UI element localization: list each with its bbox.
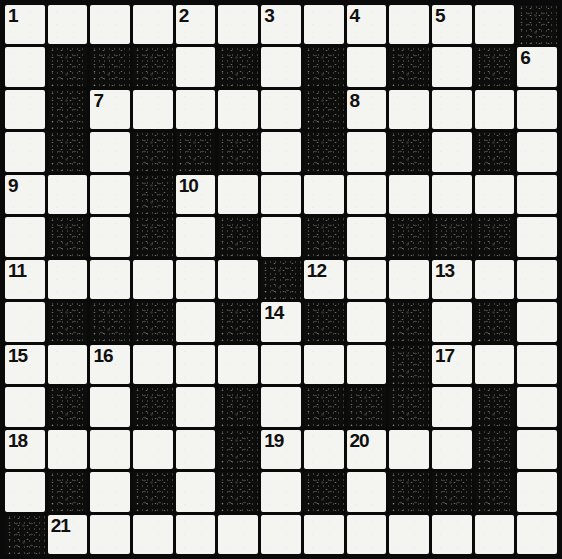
white-cell-r12c3[interactable] [90,472,130,511]
white-cell-r13c11[interactable] [432,515,472,554]
white-cell-r3c11[interactable] [432,90,472,129]
white-cell-r7c4[interactable] [133,260,173,299]
white-cell-r1c11[interactable]: 5 [432,5,472,44]
black-cell-r10c8 [304,387,344,426]
white-cell-r1c7[interactable]: 3 [261,5,301,44]
black-cell-r8c8 [304,302,344,341]
white-cell-r5c7[interactable] [261,175,301,214]
black-cell-r6c6 [218,217,258,256]
white-cell-r13c7[interactable] [261,515,301,554]
black-cell-r8c4 [133,302,173,341]
white-cell-r10c11[interactable] [432,387,472,426]
white-cell-r5c11[interactable] [432,175,472,214]
black-cell-r8c10 [389,302,429,341]
black-cell-r6c2 [48,217,88,256]
black-cell-r2c2 [48,47,88,86]
white-cell-r1c12[interactable] [475,5,515,44]
white-cell-r7c11[interactable]: 13 [432,260,472,299]
white-cell-r13c13[interactable] [517,515,557,554]
clue-number-15: 15 [8,346,27,365]
clue-number-21: 21 [51,516,70,535]
black-cell-r10c9 [347,387,387,426]
white-cell-r13c9[interactable] [347,515,387,554]
white-cell-r5c1[interactable]: 9 [5,175,45,214]
clue-number-18: 18 [8,431,27,450]
clue-number-1: 1 [8,6,18,25]
black-cell-r10c2 [48,387,88,426]
white-cell-r13c8[interactable] [304,515,344,554]
white-cell-r8c11[interactable] [432,302,472,341]
clue-number-13: 13 [435,261,454,280]
black-cell-r4c8 [304,132,344,171]
white-cell-r2c1[interactable] [5,47,45,86]
white-cell-r9c9[interactable] [347,345,387,384]
clue-number-16: 16 [93,346,112,365]
black-cell-r12c2 [48,472,88,511]
white-cell-r4c3[interactable] [90,132,130,171]
clue-number-10: 10 [179,176,198,195]
black-cell-r5c4 [133,175,173,214]
clue-number-20: 20 [350,431,369,450]
black-cell-r13c1 [5,515,45,554]
white-cell-r9c13[interactable] [517,345,557,384]
white-cell-r7c5[interactable] [176,260,216,299]
white-cell-r13c12[interactable] [475,515,515,554]
black-cell-r8c3 [90,302,130,341]
black-cell-r9c10 [389,345,429,384]
white-cell-r13c4[interactable] [133,515,173,554]
white-cell-r11c8[interactable] [304,430,344,469]
white-cell-r13c2[interactable]: 21 [48,515,88,554]
clue-number-8: 8 [350,91,360,110]
clue-number-3: 3 [264,6,274,25]
white-cell-r7c6[interactable] [218,260,258,299]
white-cell-r13c3[interactable] [90,515,130,554]
black-cell-r2c8 [304,47,344,86]
black-cell-r2c3 [90,47,130,86]
white-cell-r4c13[interactable] [517,132,557,171]
white-cell-r8c5[interactable] [176,302,216,341]
white-cell-r8c1[interactable] [5,302,45,341]
white-cell-r5c6[interactable] [218,175,258,214]
white-cell-r10c7[interactable] [261,387,301,426]
white-cell-r3c4[interactable] [133,90,173,129]
white-cell-r9c1[interactable]: 15 [5,345,45,384]
white-cell-r8c13[interactable] [517,302,557,341]
black-cell-r12c8 [304,472,344,511]
black-cell-r2c10 [389,47,429,86]
white-cell-r5c10[interactable] [389,175,429,214]
white-cell-r5c3[interactable] [90,175,130,214]
black-cell-r6c4 [133,217,173,256]
white-cell-r11c10[interactable] [389,430,429,469]
white-cell-r11c2[interactable] [48,430,88,469]
black-cell-r8c6 [218,302,258,341]
white-cell-r5c12[interactable] [475,175,515,214]
white-cell-r5c13[interactable] [517,175,557,214]
white-cell-r10c3[interactable] [90,387,130,426]
white-cell-r1c6[interactable] [218,5,258,44]
clue-number-4: 4 [350,6,360,25]
white-cell-r6c5[interactable] [176,217,216,256]
white-cell-r3c10[interactable] [389,90,429,129]
white-cell-r5c9[interactable] [347,175,387,214]
white-cell-r9c11[interactable]: 17 [432,345,472,384]
black-cell-r10c4 [133,387,173,426]
white-cell-r9c2[interactable] [48,345,88,384]
clue-number-7: 7 [93,91,103,110]
white-cell-r1c5[interactable]: 2 [176,5,216,44]
crossword-puzzle: 123456789101112131415161718192021 [0,0,562,559]
white-cell-r7c1[interactable]: 11 [5,260,45,299]
white-cell-r9c3[interactable]: 16 [90,345,130,384]
white-cell-r11c5[interactable] [176,430,216,469]
white-cell-r6c13[interactable] [517,217,557,256]
white-cell-r11c13[interactable] [517,430,557,469]
white-cell-r7c3[interactable] [90,260,130,299]
black-cell-r12c10 [389,472,429,511]
black-cell-r11c6 [218,430,258,469]
black-cell-r3c8 [304,90,344,129]
white-cell-r7c10[interactable] [389,260,429,299]
white-cell-r3c5[interactable] [176,90,216,129]
white-cell-r5c2[interactable] [48,175,88,214]
black-cell-r12c4 [133,472,173,511]
white-cell-r9c7[interactable] [261,345,301,384]
white-cell-r8c9[interactable] [347,302,387,341]
white-cell-r2c5[interactable] [176,47,216,86]
black-cell-r6c10 [389,217,429,256]
white-cell-r11c3[interactable] [90,430,130,469]
clue-number-19: 19 [264,431,283,450]
white-cell-r1c3[interactable] [90,5,130,44]
clue-number-6: 6 [520,48,530,67]
white-cell-r11c9[interactable]: 20 [347,430,387,469]
white-cell-r5c5[interactable]: 10 [176,175,216,214]
black-cell-r4c10 [389,132,429,171]
white-cell-r4c11[interactable] [432,132,472,171]
black-cell-r10c6 [218,387,258,426]
white-cell-r11c7[interactable]: 19 [261,430,301,469]
white-cell-r7c8[interactable]: 12 [304,260,344,299]
white-cell-r6c3[interactable] [90,217,130,256]
black-cell-r6c11 [432,217,472,256]
black-cell-r10c10 [389,387,429,426]
black-cell-r8c12 [475,302,515,341]
white-cell-r4c7[interactable] [261,132,301,171]
white-cell-r13c6[interactable] [218,515,258,554]
white-cell-r6c7[interactable] [261,217,301,256]
clue-number-5: 5 [435,6,445,25]
white-cell-r1c1[interactable]: 1 [5,5,45,44]
white-cell-r8c7[interactable]: 14 [261,302,301,341]
white-cell-r9c6[interactable] [218,345,258,384]
white-cell-r4c9[interactable] [347,132,387,171]
white-cell-r6c1[interactable] [5,217,45,256]
white-cell-r1c9[interactable]: 4 [347,5,387,44]
white-cell-r7c12[interactable] [475,260,515,299]
clue-number-9: 9 [8,176,18,195]
black-cell-r6c12 [475,217,515,256]
white-cell-r11c11[interactable] [432,430,472,469]
white-cell-r12c1[interactable] [5,472,45,511]
black-cell-r2c12 [475,47,515,86]
black-cell-r12c11 [432,472,472,511]
white-cell-r9c5[interactable] [176,345,216,384]
white-cell-r12c9[interactable] [347,472,387,511]
black-cell-r3c2 [48,90,88,129]
black-cell-r11c12 [475,430,515,469]
white-cell-r9c4[interactable] [133,345,173,384]
white-cell-r7c13[interactable] [517,260,557,299]
white-cell-r13c10[interactable] [389,515,429,554]
clue-number-17: 17 [435,346,454,365]
white-cell-r2c11[interactable] [432,47,472,86]
white-cell-r4c1[interactable] [5,132,45,171]
white-cell-r1c4[interactable] [133,5,173,44]
white-cell-r1c8[interactable] [304,5,344,44]
white-cell-r3c7[interactable] [261,90,301,129]
white-cell-r12c7[interactable] [261,472,301,511]
clue-number-2: 2 [179,6,189,25]
black-cell-r2c4 [133,47,173,86]
white-cell-r1c10[interactable] [389,5,429,44]
black-cell-r7c7 [261,260,301,299]
white-cell-r2c9[interactable] [347,47,387,86]
black-cell-r4c6 [218,132,258,171]
white-cell-r3c9[interactable]: 8 [347,90,387,129]
white-cell-r3c6[interactable] [218,90,258,129]
crossword-board: 123456789101112131415161718192021 [0,0,562,559]
clue-number-14: 14 [264,303,283,322]
white-cell-r12c13[interactable] [517,472,557,511]
white-cell-r9c8[interactable] [304,345,344,384]
white-cell-r3c13[interactable] [517,90,557,129]
black-cell-r6c8 [304,217,344,256]
black-cell-r4c4 [133,132,173,171]
black-cell-r4c5 [176,132,216,171]
black-cell-r4c12 [475,132,515,171]
white-cell-r11c4[interactable] [133,430,173,469]
clue-number-12: 12 [307,261,326,280]
white-cell-r10c1[interactable] [5,387,45,426]
white-cell-r3c3[interactable]: 7 [90,90,130,129]
white-cell-r2c13[interactable]: 6 [517,47,557,86]
white-cell-r7c9[interactable] [347,260,387,299]
white-cell-r3c12[interactable] [475,90,515,129]
black-cell-r2c6 [218,47,258,86]
white-cell-r2c7[interactable] [261,47,301,86]
white-cell-r10c13[interactable] [517,387,557,426]
white-cell-r5c8[interactable] [304,175,344,214]
white-cell-r9c12[interactable] [475,345,515,384]
clue-number-11: 11 [8,261,26,280]
white-cell-r13c5[interactable] [176,515,216,554]
white-cell-r12c5[interactable] [176,472,216,511]
white-cell-r7c2[interactable] [48,260,88,299]
white-cell-r3c1[interactable] [5,90,45,129]
black-cell-r8c2 [48,302,88,341]
black-cell-r1c13 [517,5,557,44]
black-cell-r10c12 [475,387,515,426]
white-cell-r10c5[interactable] [176,387,216,426]
black-cell-r4c2 [48,132,88,171]
white-cell-r6c9[interactable] [347,217,387,256]
black-cell-r12c12 [475,472,515,511]
white-cell-r11c1[interactable]: 18 [5,430,45,469]
white-cell-r1c2[interactable] [48,5,88,44]
black-cell-r12c6 [218,472,258,511]
